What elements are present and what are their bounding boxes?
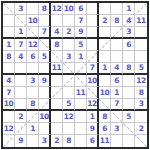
cell-r7c12[interactable]: 12 [135,75,147,87]
cell-r8c6[interactable] [63,87,75,99]
cell-r7c7[interactable] [75,75,87,87]
cell-r9c7[interactable] [75,99,87,111]
cell-r6c1[interactable] [3,63,15,75]
cell-r11c1[interactable]: 12 [3,123,15,135]
cell-r10c1[interactable] [3,111,15,123]
cell-r12c8[interactable]: 6 [87,135,99,147]
cell-r2c10[interactable]: 8 [111,15,123,27]
cell-r11c3[interactable]: 1 [27,123,39,135]
cell-r8c4[interactable] [39,87,51,99]
cell-r10c4[interactable]: 10 [39,111,51,123]
cell-r9c6[interactable]: 5 [63,99,75,111]
cell-r5c10[interactable] [111,51,123,63]
cell-r7c11[interactable] [123,75,135,87]
cell-r9c10[interactable]: 7 [111,99,123,111]
cell-r5c9[interactable] [99,51,111,63]
cell-r10c7[interactable] [75,111,87,123]
cell-r10c2[interactable]: 2 [15,111,27,123]
cell-r2c6[interactable] [63,15,75,27]
cell-r12c3[interactable] [27,135,39,147]
cell-r10c11[interactable]: 5 [123,111,135,123]
cell-r4c3[interactable]: 12 [27,39,39,51]
cell-r3c9[interactable] [99,27,111,39]
cell-r2c8[interactable] [87,15,99,27]
cell-r10c10[interactable] [111,111,123,123]
cell-r8c7[interactable]: 11 [75,87,87,99]
cell-r8c8[interactable] [87,87,99,99]
cell-r6c2[interactable] [15,63,27,75]
cell-r4c10[interactable] [111,39,123,51]
cell-r12c7[interactable] [75,135,87,147]
cell-r8c1[interactable]: 7 [3,87,15,99]
cell-r12c5[interactable]: 2 [51,135,63,147]
cell-r1c2[interactable]: 3 [15,3,27,15]
cell-r12c9[interactable]: 11 [99,135,111,147]
cell-r6c5[interactable]: 11 [51,63,63,75]
cell-r4c2[interactable]: 7 [15,39,27,51]
cell-r1c5[interactable]: 12 [51,3,63,15]
cell-r4c1[interactable]: 1 [3,39,15,51]
cell-r11c10[interactable]: 3 [111,123,123,135]
cell-r9c11[interactable] [123,99,135,111]
cell-r2c1[interactable] [3,15,15,27]
cell-r8c5[interactable] [51,87,63,99]
cell-r11c4[interactable] [39,123,51,135]
cell-r8c3[interactable] [27,87,39,99]
cell-r5c4[interactable]: 5 [39,51,51,63]
cell-r2c2[interactable] [15,15,27,27]
cell-r6c4[interactable] [39,63,51,75]
cell-r12c10[interactable] [111,135,123,147]
cell-r6c9[interactable]: 1 [99,63,111,75]
cell-r7c1[interactable]: 4 [3,75,15,87]
cell-r8c9[interactable]: 10 [99,87,111,99]
cell-r5c5[interactable] [51,51,63,63]
cell-r5c3[interactable]: 6 [27,51,39,63]
cell-r1c7[interactable]: 6 [75,3,87,15]
cell-r7c10[interactable]: 6 [111,75,123,87]
cell-r11c8[interactable]: 9 [87,123,99,135]
cell-r3c2[interactable]: 1 [15,27,27,39]
cell-r11c2[interactable] [15,123,27,135]
cell-r6c8[interactable]: 7 [87,63,99,75]
cell-r1c8[interactable] [87,3,99,15]
cell-r6c11[interactable]: 8 [123,63,135,75]
cell-r10c5[interactable] [51,111,63,123]
cell-r11c6[interactable] [63,123,75,135]
cell-r4c6[interactable] [63,39,75,51]
cell-r11c11[interactable] [123,123,135,135]
cell-r6c10[interactable]: 4 [111,63,123,75]
cell-r7c8[interactable]: 10 [87,75,99,87]
cell-r9c9[interactable] [99,99,111,111]
cell-r1c4[interactable]: 8 [39,3,51,15]
cell-r7c5[interactable] [51,75,63,87]
cell-r5c8[interactable] [87,51,99,63]
cell-r5c11[interactable] [123,51,135,63]
cell-r3c1[interactable] [3,27,15,39]
cell-r3c3[interactable] [27,27,39,39]
cell-r9c12[interactable]: 3 [135,99,147,111]
cell-r2c12[interactable]: 11 [135,15,147,27]
cell-r12c2[interactable]: 9 [15,135,27,147]
cell-r10c6[interactable]: 12 [63,111,75,123]
cell-r6c12[interactable]: 5 [135,63,147,75]
cell-r10c9[interactable]: 8 [99,111,111,123]
cell-r8c10[interactable]: 1 [111,87,123,99]
cell-r2c11[interactable]: 4 [123,15,135,27]
cell-r12c6[interactable]: 8 [63,135,75,147]
cell-r3c7[interactable]: 9 [75,27,87,39]
cell-r5c6[interactable]: 3 [63,51,75,63]
cell-r1c10[interactable] [111,3,123,15]
cell-r8c2[interactable] [15,87,27,99]
cell-r9c4[interactable] [39,99,51,111]
cell-r10c3[interactable] [27,111,39,123]
cell-r12c1[interactable] [3,135,15,147]
cell-r9c2[interactable] [15,99,27,111]
cell-r11c9[interactable]: 6 [99,123,111,135]
cell-r12c4[interactable]: 3 [39,135,51,147]
cell-r6c7[interactable] [75,63,87,75]
cell-r9c8[interactable]: 12 [87,99,99,111]
cell-r10c8[interactable]: 1 [87,111,99,123]
cell-r4c8[interactable] [87,39,99,51]
cell-r1c6[interactable]: 10 [63,3,75,15]
cell-r1c3[interactable] [27,3,39,15]
cell-r4c4[interactable] [39,39,51,51]
cell-r3c6[interactable]: 2 [63,27,75,39]
cell-r2c7[interactable]: 7 [75,15,87,27]
cell-r3c5[interactable]: 4 [51,27,63,39]
cell-r2c3[interactable]: 10 [27,15,39,27]
cell-r9c1[interactable]: 10 [3,99,15,111]
cell-r7c4[interactable]: 9 [39,75,51,87]
cell-r7c3[interactable]: 3 [27,75,39,87]
cell-r6c3[interactable] [27,63,39,75]
cell-r7c9[interactable] [99,75,111,87]
cell-r2c5[interactable] [51,15,63,27]
cell-r4c11[interactable]: 6 [123,39,135,51]
cell-r7c2[interactable] [15,75,27,87]
cell-r11c5[interactable] [51,123,63,135]
cell-r2c4[interactable] [39,15,51,27]
cell-r5c2[interactable]: 4 [15,51,27,63]
cell-r3c10[interactable] [111,27,123,39]
cell-r9c5[interactable] [51,99,63,111]
cell-r1c12[interactable] [135,3,147,15]
cell-r11c12[interactable]: 2 [135,123,147,135]
cell-r3c12[interactable] [135,27,147,39]
cell-r4c5[interactable]: 8 [51,39,63,51]
cell-r5c7[interactable]: 1 [75,51,87,63]
cell-r6c6[interactable] [63,63,75,75]
cell-r4c7[interactable]: 5 [75,39,87,51]
cell-r5c12[interactable] [135,51,147,63]
cell-r1c1[interactable] [3,3,15,15]
cell-r9c3[interactable]: 8 [27,99,39,111]
cell-r8c11[interactable] [123,87,135,99]
cell-r8c12[interactable]: 8 [135,87,147,99]
cell-r4c9[interactable] [99,39,111,51]
cell-r3c11[interactable]: 3 [123,27,135,39]
cell-r1c11[interactable]: 1 [123,3,135,15]
cell-r12c11[interactable] [123,135,135,147]
cell-r10c12[interactable] [135,111,147,123]
cell-r11c7[interactable] [75,123,87,135]
cell-r3c4[interactable]: 7 [39,27,51,39]
sudoku-board: 3812106110728411174293171285684653111714… [1,1,149,149]
cell-r3c8[interactable] [87,27,99,39]
cell-r1c9[interactable] [99,3,111,15]
cell-r4c12[interactable] [135,39,147,51]
cell-r12c12[interactable] [135,135,147,147]
cell-r5c1[interactable]: 8 [3,51,15,63]
cell-r2c9[interactable]: 2 [99,15,111,27]
cell-r7c6[interactable] [63,75,75,87]
